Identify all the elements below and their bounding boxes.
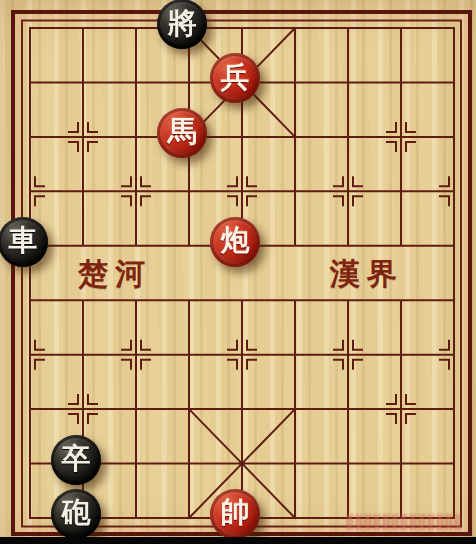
piece-glyph: 將: [168, 9, 197, 38]
xiangqi-board: 楚河 漢界 將兵馬車炮卒砲帥: [0, 0, 476, 544]
black-general[interactable]: 將: [157, 0, 207, 49]
black-chariot[interactable]: 車: [0, 217, 48, 267]
red-soldier[interactable]: 兵: [210, 53, 260, 103]
piece-glyph: 車: [9, 226, 38, 255]
red-general[interactable]: 帥: [210, 489, 260, 539]
piece-glyph: 帥: [221, 498, 250, 527]
piece-glyph: 砲: [62, 498, 91, 527]
black-soldier[interactable]: 卒: [51, 435, 101, 485]
red-horse[interactable]: 馬: [157, 108, 207, 158]
bottom-bar: [0, 537, 476, 544]
piece-glyph: 兵: [221, 63, 250, 92]
watermark: [347, 514, 463, 530]
piece-glyph: 馬: [168, 117, 197, 146]
black-cannon[interactable]: 砲: [51, 489, 101, 539]
piece-glyph: 卒: [62, 444, 91, 473]
board-points-grid[interactable]: 將兵馬車炮卒砲帥: [4, 1, 476, 544]
piece-glyph: 炮: [221, 226, 250, 255]
red-cannon[interactable]: 炮: [210, 217, 260, 267]
